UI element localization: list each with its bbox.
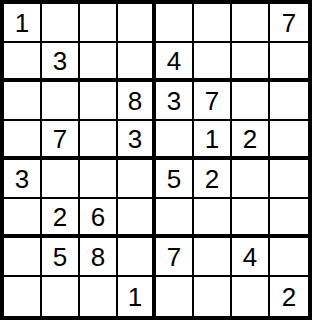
sudoku-cell-given[interactable]: 5 bbox=[42, 238, 80, 277]
sudoku-cell-empty[interactable] bbox=[270, 238, 308, 277]
sudoku-cell-empty[interactable] bbox=[232, 4, 270, 43]
sudoku-cell-given[interactable]: 6 bbox=[80, 199, 118, 238]
sudoku-cell-empty[interactable] bbox=[232, 82, 270, 121]
sudoku-cell-empty[interactable] bbox=[270, 43, 308, 82]
sudoku-cell-empty[interactable] bbox=[80, 82, 118, 121]
sudoku-cell-empty[interactable] bbox=[42, 160, 80, 199]
sudoku-cell-given[interactable]: 8 bbox=[80, 238, 118, 277]
sudoku-cell-empty[interactable] bbox=[42, 4, 80, 43]
sudoku-cell-empty[interactable] bbox=[270, 82, 308, 121]
sudoku-cell-empty[interactable] bbox=[80, 277, 118, 316]
sudoku-cell-empty[interactable] bbox=[118, 43, 156, 82]
sudoku-cell-empty[interactable] bbox=[118, 199, 156, 238]
sudoku-cell-empty[interactable] bbox=[80, 160, 118, 199]
sudoku-cell-empty[interactable] bbox=[194, 4, 232, 43]
sudoku-page: 1734837731235226587412 bbox=[0, 0, 312, 320]
sudoku-cell-given[interactable]: 2 bbox=[232, 121, 270, 160]
sudoku-cell-empty[interactable] bbox=[4, 238, 42, 277]
sudoku-cell-given[interactable]: 5 bbox=[156, 160, 194, 199]
sudoku-cell-empty[interactable] bbox=[194, 238, 232, 277]
sudoku-cell-empty[interactable] bbox=[80, 4, 118, 43]
sudoku-board: 1734837731235226587412 bbox=[0, 0, 312, 320]
sudoku-cell-given[interactable]: 7 bbox=[42, 121, 80, 160]
sudoku-cell-empty[interactable] bbox=[194, 199, 232, 238]
sudoku-cell-empty[interactable] bbox=[4, 121, 42, 160]
sudoku-cell-empty[interactable] bbox=[42, 277, 80, 316]
sudoku-cell-given[interactable]: 3 bbox=[4, 160, 42, 199]
sudoku-cell-given[interactable]: 7 bbox=[194, 82, 232, 121]
sudoku-cell-empty[interactable] bbox=[232, 277, 270, 316]
sudoku-cell-empty[interactable] bbox=[270, 160, 308, 199]
sudoku-cell-empty[interactable] bbox=[118, 160, 156, 199]
sudoku-cell-empty[interactable] bbox=[156, 277, 194, 316]
sudoku-cell-empty[interactable] bbox=[232, 160, 270, 199]
sudoku-cell-empty[interactable] bbox=[4, 277, 42, 316]
sudoku-cell-given[interactable]: 1 bbox=[194, 121, 232, 160]
sudoku-cell-empty[interactable] bbox=[42, 82, 80, 121]
sudoku-cell-empty[interactable] bbox=[232, 199, 270, 238]
sudoku-cell-empty[interactable] bbox=[270, 121, 308, 160]
sudoku-cell-empty[interactable] bbox=[118, 238, 156, 277]
sudoku-cell-given[interactable]: 2 bbox=[42, 199, 80, 238]
sudoku-cell-given[interactable]: 4 bbox=[232, 238, 270, 277]
sudoku-cell-given[interactable]: 1 bbox=[4, 4, 42, 43]
sudoku-cell-empty[interactable] bbox=[232, 43, 270, 82]
sudoku-cell-empty[interactable] bbox=[194, 277, 232, 316]
sudoku-cell-empty[interactable] bbox=[118, 4, 156, 43]
sudoku-cell-empty[interactable] bbox=[80, 121, 118, 160]
sudoku-cell-given[interactable]: 2 bbox=[194, 160, 232, 199]
sudoku-cell-empty[interactable] bbox=[156, 121, 194, 160]
sudoku-cell-given[interactable]: 7 bbox=[270, 4, 308, 43]
sudoku-cell-given[interactable]: 1 bbox=[118, 277, 156, 316]
sudoku-cell-given[interactable]: 3 bbox=[118, 121, 156, 160]
sudoku-cell-given[interactable]: 8 bbox=[118, 82, 156, 121]
sudoku-cell-given[interactable]: 3 bbox=[156, 82, 194, 121]
sudoku-cell-empty[interactable] bbox=[270, 199, 308, 238]
sudoku-cell-given[interactable]: 4 bbox=[156, 43, 194, 82]
sudoku-cell-empty[interactable] bbox=[194, 43, 232, 82]
sudoku-cell-empty[interactable] bbox=[156, 4, 194, 43]
sudoku-cell-empty[interactable] bbox=[4, 43, 42, 82]
sudoku-cell-empty[interactable] bbox=[156, 199, 194, 238]
sudoku-cell-empty[interactable] bbox=[4, 82, 42, 121]
sudoku-cell-given[interactable]: 3 bbox=[42, 43, 80, 82]
sudoku-cell-empty[interactable] bbox=[4, 199, 42, 238]
sudoku-cell-empty[interactable] bbox=[80, 43, 118, 82]
sudoku-cell-given[interactable]: 2 bbox=[270, 277, 308, 316]
sudoku-cell-given[interactable]: 7 bbox=[156, 238, 194, 277]
